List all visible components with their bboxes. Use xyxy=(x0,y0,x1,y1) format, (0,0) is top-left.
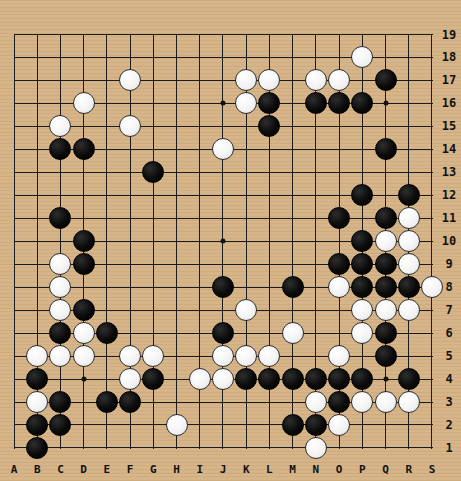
white-stone-C15 xyxy=(49,115,71,137)
black-stone-N16 xyxy=(305,92,327,114)
column-label-L: L xyxy=(266,463,273,476)
black-stone-P12 xyxy=(351,184,373,206)
black-stone-F3 xyxy=(119,391,141,413)
white-stone-I4 xyxy=(189,368,211,390)
black-stone-Q8 xyxy=(375,276,397,298)
star-point xyxy=(220,239,225,244)
column-label-S: S xyxy=(429,463,436,476)
white-stone-K17 xyxy=(235,69,257,91)
white-stone-D16 xyxy=(73,92,95,114)
white-stone-D5 xyxy=(73,345,95,367)
star-point xyxy=(220,101,225,106)
row-label-12: 12 xyxy=(442,188,456,202)
black-stone-R4 xyxy=(398,368,420,390)
black-stone-P8 xyxy=(351,276,373,298)
black-stone-G13 xyxy=(142,161,164,183)
black-stone-N4 xyxy=(305,368,327,390)
white-stone-F17 xyxy=(119,69,141,91)
grid-vline xyxy=(106,35,107,449)
star-point xyxy=(383,101,388,106)
white-stone-N17 xyxy=(305,69,327,91)
column-label-Q: Q xyxy=(382,463,389,476)
black-stone-G4 xyxy=(142,368,164,390)
black-stone-J6 xyxy=(212,322,234,344)
white-stone-S8 xyxy=(421,276,443,298)
white-stone-R3 xyxy=(398,391,420,413)
white-stone-Q7 xyxy=(375,299,397,321)
black-stone-Q6 xyxy=(375,322,397,344)
row-label-2: 2 xyxy=(445,418,452,432)
white-stone-O2 xyxy=(328,414,350,436)
column-label-E: E xyxy=(104,463,111,476)
black-stone-R8 xyxy=(398,276,420,298)
white-stone-Q10 xyxy=(375,230,397,252)
row-label-9: 9 xyxy=(445,257,452,271)
grid-hline xyxy=(14,80,433,81)
black-stone-M4 xyxy=(282,368,304,390)
white-stone-O5 xyxy=(328,345,350,367)
column-label-O: O xyxy=(336,463,343,476)
black-stone-D9 xyxy=(73,253,95,275)
white-stone-M6 xyxy=(282,322,304,344)
black-stone-D7 xyxy=(73,299,95,321)
row-label-7: 7 xyxy=(445,303,452,317)
black-stone-Q11 xyxy=(375,207,397,229)
row-label-13: 13 xyxy=(442,165,456,179)
grid-hline xyxy=(14,424,433,425)
star-point xyxy=(81,377,86,382)
white-stone-R11 xyxy=(398,207,420,229)
black-stone-M2 xyxy=(282,414,304,436)
row-label-14: 14 xyxy=(442,142,456,156)
black-stone-L4 xyxy=(258,368,280,390)
black-stone-B1 xyxy=(26,437,48,459)
white-stone-C5 xyxy=(49,345,71,367)
white-stone-P18 xyxy=(351,46,373,68)
black-stone-O11 xyxy=(328,207,350,229)
row-label-4: 4 xyxy=(445,372,452,386)
black-stone-D14 xyxy=(73,138,95,160)
black-stone-E6 xyxy=(96,322,118,344)
white-stone-H2 xyxy=(166,414,188,436)
white-stone-J4 xyxy=(212,368,234,390)
black-stone-E3 xyxy=(96,391,118,413)
column-label-G: G xyxy=(150,463,157,476)
row-label-3: 3 xyxy=(445,395,452,409)
white-stone-R7 xyxy=(398,299,420,321)
black-stone-N2 xyxy=(305,414,327,436)
column-label-K: K xyxy=(243,463,250,476)
white-stone-P7 xyxy=(351,299,373,321)
white-stone-C8 xyxy=(49,276,71,298)
column-label-C: C xyxy=(57,463,64,476)
white-stone-B5 xyxy=(26,345,48,367)
grid-hline xyxy=(14,172,433,173)
white-stone-R9 xyxy=(398,253,420,275)
row-label-10: 10 xyxy=(442,234,456,248)
white-stone-F5 xyxy=(119,345,141,367)
column-label-N: N xyxy=(313,463,320,476)
column-label-F: F xyxy=(127,463,134,476)
white-stone-G5 xyxy=(142,345,164,367)
black-stone-Q9 xyxy=(375,253,397,275)
white-stone-P6 xyxy=(351,322,373,344)
white-stone-F4 xyxy=(119,368,141,390)
black-stone-R12 xyxy=(398,184,420,206)
white-stone-R10 xyxy=(398,230,420,252)
column-label-D: D xyxy=(80,463,87,476)
grid-vline xyxy=(176,35,177,449)
black-stone-L16 xyxy=(258,92,280,114)
white-stone-O8 xyxy=(328,276,350,298)
black-stone-O9 xyxy=(328,253,350,275)
grid-vline xyxy=(14,35,15,449)
black-stone-P16 xyxy=(351,92,373,114)
white-stone-C9 xyxy=(49,253,71,275)
star-point xyxy=(383,377,388,382)
black-stone-Q14 xyxy=(375,138,397,160)
go-board: ABCDEFGHIJKLMNOPQRS 19181716151413121110… xyxy=(0,0,461,481)
black-stone-Q17 xyxy=(375,69,397,91)
row-label-19: 19 xyxy=(442,28,456,42)
grid-hline xyxy=(14,34,433,35)
row-label-6: 6 xyxy=(445,326,452,340)
black-stone-Q5 xyxy=(375,345,397,367)
white-stone-K16 xyxy=(235,92,257,114)
white-stone-F15 xyxy=(119,115,141,137)
grid-vline xyxy=(60,35,61,449)
grid-hline xyxy=(14,218,433,219)
black-stone-K4 xyxy=(235,368,257,390)
column-label-I: I xyxy=(196,463,203,476)
black-stone-B2 xyxy=(26,414,48,436)
white-stone-N3 xyxy=(305,391,327,413)
column-label-M: M xyxy=(289,463,296,476)
white-stone-K7 xyxy=(235,299,257,321)
black-stone-P9 xyxy=(351,253,373,275)
black-stone-C6 xyxy=(49,322,71,344)
black-stone-C14 xyxy=(49,138,71,160)
black-stone-B4 xyxy=(26,368,48,390)
white-stone-L5 xyxy=(258,345,280,367)
white-stone-B3 xyxy=(26,391,48,413)
grid-vline xyxy=(431,35,432,449)
black-stone-O16 xyxy=(328,92,350,114)
black-stone-P4 xyxy=(351,368,373,390)
row-label-17: 17 xyxy=(442,73,456,87)
black-stone-C3 xyxy=(49,391,71,413)
white-stone-D6 xyxy=(73,322,95,344)
white-stone-Q3 xyxy=(375,391,397,413)
column-label-P: P xyxy=(359,463,366,476)
white-stone-K5 xyxy=(235,345,257,367)
black-stone-P10 xyxy=(351,230,373,252)
white-stone-P3 xyxy=(351,391,373,413)
white-stone-L17 xyxy=(258,69,280,91)
row-label-11: 11 xyxy=(442,211,456,225)
column-label-R: R xyxy=(405,463,412,476)
black-stone-O3 xyxy=(328,391,350,413)
row-label-18: 18 xyxy=(442,50,456,64)
row-label-16: 16 xyxy=(442,96,456,110)
white-stone-O17 xyxy=(328,69,350,91)
grid-hline xyxy=(14,447,433,448)
row-label-5: 5 xyxy=(445,349,452,363)
white-stone-J14 xyxy=(212,138,234,160)
black-stone-C11 xyxy=(49,207,71,229)
black-stone-D10 xyxy=(73,230,95,252)
black-stone-J8 xyxy=(212,276,234,298)
black-stone-C2 xyxy=(49,414,71,436)
row-label-1: 1 xyxy=(445,441,452,455)
column-label-A: A xyxy=(11,463,18,476)
black-stone-L15 xyxy=(258,115,280,137)
row-label-15: 15 xyxy=(442,119,456,133)
white-stone-C7 xyxy=(49,299,71,321)
column-label-H: H xyxy=(173,463,180,476)
white-stone-J5 xyxy=(212,345,234,367)
black-stone-M8 xyxy=(282,276,304,298)
row-label-8: 8 xyxy=(445,280,452,294)
black-stone-O4 xyxy=(328,368,350,390)
column-label-J: J xyxy=(220,463,227,476)
white-stone-N1 xyxy=(305,437,327,459)
column-label-B: B xyxy=(34,463,41,476)
grid-hline xyxy=(14,126,433,127)
